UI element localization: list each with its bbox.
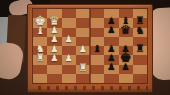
chess-board[interactable]: ♚♛♟♝♜♝♟♟♛♞♟♟♞♟♟♝♟♟♜♜♟♟♟♚♜♟♟ xyxy=(27,4,153,93)
square[interactable] xyxy=(47,74,61,83)
square[interactable] xyxy=(104,74,118,83)
square[interactable] xyxy=(76,74,90,83)
square[interactable] xyxy=(90,55,104,64)
square[interactable]: ♞ xyxy=(133,28,147,37)
white-bishop[interactable]: ♝ xyxy=(33,25,47,36)
square[interactable] xyxy=(90,18,104,27)
square[interactable]: ♜ xyxy=(33,55,47,64)
black-pawn[interactable]: ♟ xyxy=(104,25,118,35)
square[interactable]: ♟ xyxy=(119,65,133,74)
white-pawn[interactable]: ♟ xyxy=(47,53,61,63)
black-pawn[interactable]: ♟ xyxy=(119,62,133,72)
square[interactable] xyxy=(133,55,147,64)
square[interactable]: ♟ xyxy=(76,46,90,55)
square[interactable] xyxy=(33,65,47,74)
square[interactable]: ♟ xyxy=(62,37,76,46)
white-rook[interactable]: ♜ xyxy=(33,52,47,63)
square[interactable]: ♟ xyxy=(104,28,118,37)
square[interactable] xyxy=(76,28,90,37)
square[interactable] xyxy=(62,65,76,74)
square[interactable]: ♜ xyxy=(76,65,90,74)
white-pawn[interactable]: ♟ xyxy=(76,44,90,54)
square[interactable] xyxy=(90,65,104,74)
square[interactable] xyxy=(33,74,47,83)
board-rim-decoration xyxy=(32,86,148,90)
black-pawn[interactable]: ♟ xyxy=(104,62,118,72)
square[interactable] xyxy=(76,18,90,27)
square[interactable] xyxy=(90,28,104,37)
black-bishop[interactable]: ♝ xyxy=(90,43,104,54)
square[interactable]: ♟ xyxy=(62,55,76,64)
square[interactable] xyxy=(62,74,76,83)
square[interactable] xyxy=(133,65,147,74)
square[interactable] xyxy=(90,9,104,18)
square[interactable] xyxy=(47,65,61,74)
square[interactable]: ♛ xyxy=(119,28,133,37)
chess-game-photo: ♚♛♟♝♜♝♟♟♛♞♟♟♞♟♟♝♟♟♜♜♟♟♟♚♜♟♟ xyxy=(0,0,170,95)
square[interactable] xyxy=(62,18,76,27)
square[interactable] xyxy=(62,9,76,18)
square[interactable] xyxy=(90,74,104,83)
white-pawn[interactable]: ♟ xyxy=(62,34,76,44)
black-knight[interactable]: ♞ xyxy=(133,25,147,36)
board-hinge-line xyxy=(89,8,91,84)
white-pawn[interactable]: ♟ xyxy=(62,53,76,63)
square[interactable] xyxy=(133,74,147,83)
square[interactable]: ♝ xyxy=(90,46,104,55)
square[interactable]: ♝ xyxy=(33,28,47,37)
black-queen[interactable]: ♛ xyxy=(119,23,133,37)
square[interactable]: ♟ xyxy=(104,65,118,74)
square[interactable]: ♜ xyxy=(133,46,147,55)
square[interactable]: ♟ xyxy=(47,55,61,64)
black-rook[interactable]: ♜ xyxy=(133,43,147,54)
square[interactable] xyxy=(76,9,90,18)
square[interactable] xyxy=(119,74,133,83)
white-rook[interactable]: ♜ xyxy=(76,62,90,73)
